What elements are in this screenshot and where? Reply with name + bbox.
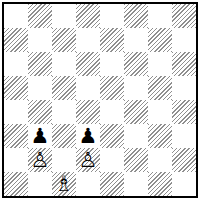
square-h7[interactable] [172, 28, 196, 52]
square-e2[interactable] [100, 148, 124, 172]
square-d7[interactable] [76, 28, 100, 52]
square-c7[interactable] [52, 28, 76, 52]
square-a4[interactable] [4, 100, 28, 124]
square-a5[interactable] [4, 76, 28, 100]
square-c5[interactable] [52, 76, 76, 100]
board-frame: ♟♟♙♙♗ [2, 2, 198, 198]
square-c4[interactable] [52, 100, 76, 124]
square-g2[interactable] [148, 148, 172, 172]
square-b8[interactable] [28, 4, 52, 28]
square-a2[interactable] [4, 148, 28, 172]
square-b7[interactable] [28, 28, 52, 52]
square-a7[interactable] [4, 28, 28, 52]
square-g1[interactable] [148, 172, 172, 196]
square-d3[interactable]: ♟ [76, 124, 100, 148]
square-b5[interactable] [28, 76, 52, 100]
square-e6[interactable] [100, 52, 124, 76]
square-e1[interactable] [100, 172, 124, 196]
chess-diagram-page: ♟♟♙♙♗ [0, 0, 200, 200]
square-g7[interactable] [148, 28, 172, 52]
square-e8[interactable] [100, 4, 124, 28]
square-c1[interactable]: ♗ [52, 172, 76, 196]
square-e4[interactable] [100, 100, 124, 124]
square-a1[interactable] [4, 172, 28, 196]
square-c6[interactable] [52, 52, 76, 76]
square-f7[interactable] [124, 28, 148, 52]
white-pawn[interactable]: ♙ [31, 148, 50, 172]
square-f8[interactable] [124, 4, 148, 28]
square-d1[interactable] [76, 172, 100, 196]
square-b1[interactable] [28, 172, 52, 196]
square-g5[interactable] [148, 76, 172, 100]
square-b4[interactable] [28, 100, 52, 124]
square-h2[interactable] [172, 148, 196, 172]
square-a8[interactable] [4, 4, 28, 28]
black-pawn[interactable]: ♟ [31, 124, 50, 148]
square-h5[interactable] [172, 76, 196, 100]
white-bishop[interactable]: ♗ [55, 172, 74, 196]
square-a6[interactable] [4, 52, 28, 76]
square-b2[interactable]: ♙ [28, 148, 52, 172]
square-f6[interactable] [124, 52, 148, 76]
square-e7[interactable] [100, 28, 124, 52]
square-h6[interactable] [172, 52, 196, 76]
square-g4[interactable] [148, 100, 172, 124]
square-c2[interactable] [52, 148, 76, 172]
square-h3[interactable] [172, 124, 196, 148]
square-f5[interactable] [124, 76, 148, 100]
square-g6[interactable] [148, 52, 172, 76]
square-e5[interactable] [100, 76, 124, 100]
square-d2[interactable]: ♙ [76, 148, 100, 172]
square-d4[interactable] [76, 100, 100, 124]
square-g8[interactable] [148, 4, 172, 28]
square-c3[interactable] [52, 124, 76, 148]
square-h1[interactable] [172, 172, 196, 196]
square-h4[interactable] [172, 100, 196, 124]
square-f2[interactable] [124, 148, 148, 172]
square-d6[interactable] [76, 52, 100, 76]
square-g3[interactable] [148, 124, 172, 148]
square-f1[interactable] [124, 172, 148, 196]
square-b3[interactable]: ♟ [28, 124, 52, 148]
square-c8[interactable] [52, 4, 76, 28]
square-h8[interactable] [172, 4, 196, 28]
square-d5[interactable] [76, 76, 100, 100]
square-b6[interactable] [28, 52, 52, 76]
black-pawn[interactable]: ♟ [79, 124, 98, 148]
square-a3[interactable] [4, 124, 28, 148]
square-d8[interactable] [76, 4, 100, 28]
square-e3[interactable] [100, 124, 124, 148]
square-f4[interactable] [124, 100, 148, 124]
chess-board: ♟♟♙♙♗ [4, 4, 196, 196]
square-f3[interactable] [124, 124, 148, 148]
white-pawn[interactable]: ♙ [79, 148, 98, 172]
